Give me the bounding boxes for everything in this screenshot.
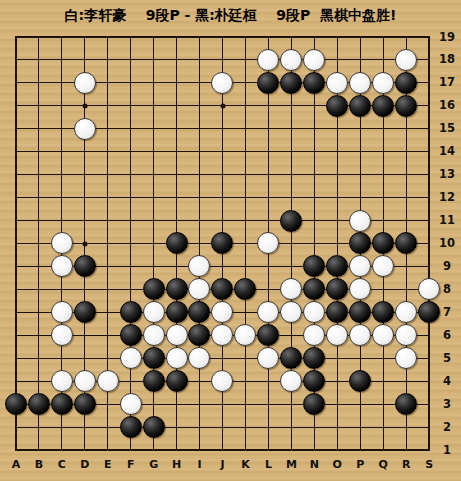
column-label-J: J [211, 458, 234, 471]
board-intersection-J4: ○ [211, 370, 234, 393]
column-label-G: G [142, 458, 165, 471]
board-intersection-N7: ○ [303, 301, 326, 324]
board-intersection-Q10: ● [372, 232, 395, 255]
white-stone: ○ [188, 255, 210, 277]
board-intersection-J7: ○ [211, 301, 234, 324]
board-intersection-D4: ○ [73, 370, 96, 393]
white-stone: ○ [74, 72, 96, 94]
column-label-N: N [303, 458, 326, 471]
board-intersection-R5: ○ [394, 347, 417, 370]
black-stone: ● [372, 95, 394, 117]
black-stone: ● [166, 278, 188, 300]
column-label-H: H [165, 458, 188, 471]
board-intersection-F5: ○ [119, 347, 142, 370]
board-intersection-N4: ● [303, 370, 326, 393]
white-stone: ○ [211, 370, 233, 392]
board-intersection-F6: ● [119, 324, 142, 347]
black-stone: ● [166, 301, 188, 323]
board-intersection-P9: ○ [349, 255, 372, 278]
column-label-L: L [257, 458, 280, 471]
column-label-A: A [5, 458, 28, 471]
black-stone: ● [349, 301, 371, 323]
black-stone: ● [257, 324, 279, 346]
board-intersection-L7: ○ [257, 301, 280, 324]
white-stone: ○ [395, 347, 417, 369]
board-intersection-P7: ● [349, 301, 372, 324]
white-stone: ○ [303, 324, 325, 346]
board-intersection-P16: ● [349, 94, 372, 117]
board-intersection-O7: ● [326, 301, 349, 324]
white-stone: ○ [349, 324, 371, 346]
white-stone: ○ [51, 370, 73, 392]
white-stone: ○ [349, 278, 371, 300]
white-stone: ○ [372, 324, 394, 346]
white-stone: ○ [326, 72, 348, 94]
black-stone: ● [395, 232, 417, 254]
board-intersection-P10: ● [349, 232, 372, 255]
black-stone: ● [326, 255, 348, 277]
black-stone: ● [326, 95, 348, 117]
white-stone: ○ [74, 118, 96, 140]
white-stone: ○ [280, 301, 302, 323]
board-intersection-M7: ○ [280, 301, 303, 324]
row-label-13: 13 [436, 167, 458, 181]
white-stone: ○ [349, 72, 371, 94]
column-label-R: R [395, 458, 418, 471]
board-intersection-B3: ● [27, 393, 50, 416]
board-intersection-C10: ○ [50, 232, 73, 255]
board-intersection-G7: ○ [142, 301, 165, 324]
board-intersection-J8: ● [211, 278, 234, 301]
row-label-6: 6 [436, 328, 458, 342]
white-stone: ○ [51, 232, 73, 254]
white-stone: ○ [280, 278, 302, 300]
row-label-10: 10 [436, 236, 458, 250]
column-label-K: K [234, 458, 257, 471]
white-stone: ○ [120, 347, 142, 369]
board-intersection-P4: ● [349, 370, 372, 393]
board-intersection-O8: ● [326, 278, 349, 301]
row-label-7: 7 [436, 305, 458, 319]
board-intersection-O6: ○ [326, 324, 349, 347]
board-intersection-Q7: ● [372, 301, 395, 324]
column-label-P: P [349, 458, 372, 471]
black-stone: ● [234, 278, 256, 300]
row-label-3: 3 [436, 397, 458, 411]
white-stone: ○ [372, 72, 394, 94]
board-intersection-R10: ● [394, 232, 417, 255]
white-stone: ○ [395, 324, 417, 346]
row-label-19: 19 [436, 30, 458, 44]
row-label-2: 2 [436, 420, 458, 434]
row-label-8: 8 [436, 282, 458, 296]
black-stone: ● [372, 301, 394, 323]
board-intersection-P6: ○ [349, 324, 372, 347]
column-label-Q: Q [372, 458, 395, 471]
board-intersection-J10: ● [211, 232, 234, 255]
board-intersection-P11: ○ [349, 209, 372, 232]
board-intersection-M4: ○ [280, 370, 303, 393]
row-label-17: 17 [436, 75, 458, 89]
board-intersection-D17: ○ [73, 71, 96, 94]
board-intersection-L10: ○ [257, 232, 280, 255]
board-intersection-R7: ○ [394, 301, 417, 324]
white-stone: ○ [257, 49, 279, 71]
row-label-4: 4 [436, 374, 458, 388]
board-intersection-O9: ● [326, 255, 349, 278]
column-label-F: F [119, 458, 142, 471]
row-label-18: 18 [436, 52, 458, 66]
board-intersection-C6: ○ [50, 324, 73, 347]
white-stone: ○ [326, 324, 348, 346]
black-stone: ● [143, 347, 165, 369]
board-intersection-N5: ● [303, 347, 326, 370]
board-intersection-A3: ● [5, 393, 28, 416]
board-intersection-J6: ○ [211, 324, 234, 347]
stones-layer: ○○○○○○●●●○○○●●●●●○●○○●●○●●●○●○●●○○●●○●●○… [5, 26, 441, 462]
black-stone: ● [188, 324, 210, 346]
black-stone: ● [395, 72, 417, 94]
board-intersection-G5: ● [142, 347, 165, 370]
board-intersection-N6: ○ [303, 324, 326, 347]
board-intersection-G8: ● [142, 278, 165, 301]
board-intersection-F3: ○ [119, 393, 142, 416]
board-intersection-N17: ● [303, 71, 326, 94]
white-stone: ○ [349, 255, 371, 277]
board-intersection-R17: ● [394, 71, 417, 94]
board-intersection-C9: ○ [50, 255, 73, 278]
board-intersection-M8: ○ [280, 278, 303, 301]
go-game-viewer: 白:李轩豪 9段P - 黑:朴廷桓 9段P 黑棋中盘胜! ○○○○○○●●●○○… [0, 0, 461, 481]
column-label-B: B [27, 458, 50, 471]
black-stone: ● [303, 370, 325, 392]
black-stone: ● [257, 72, 279, 94]
black-stone: ● [5, 393, 27, 415]
black-stone: ● [303, 347, 325, 369]
white-stone: ○ [395, 49, 417, 71]
board-intersection-I6: ● [188, 324, 211, 347]
board-intersection-M5: ● [280, 347, 303, 370]
row-label-11: 11 [436, 213, 458, 227]
board-intersection-H8: ● [165, 278, 188, 301]
white-stone: ○ [51, 301, 73, 323]
black-stone: ● [28, 393, 50, 415]
board-intersection-P17: ○ [349, 71, 372, 94]
board-intersection-M17: ● [280, 71, 303, 94]
board-intersection-G4: ● [142, 370, 165, 393]
row-label-15: 15 [436, 121, 458, 135]
white-stone: ○ [257, 301, 279, 323]
black-stone: ● [303, 393, 325, 415]
white-stone: ○ [257, 347, 279, 369]
black-stone: ● [143, 416, 165, 438]
white-stone: ○ [234, 324, 256, 346]
board-intersection-L17: ● [257, 71, 280, 94]
black-stone: ● [280, 72, 302, 94]
board-intersection-H10: ● [165, 232, 188, 255]
board-intersection-R6: ○ [394, 324, 417, 347]
white-stone: ○ [120, 393, 142, 415]
column-label-E: E [96, 458, 119, 471]
black-stone: ● [395, 393, 417, 415]
white-stone: ○ [211, 72, 233, 94]
board-intersection-E4: ○ [96, 370, 119, 393]
black-stone: ● [349, 370, 371, 392]
black-stone: ● [120, 301, 142, 323]
board-intersection-K6: ○ [234, 324, 257, 347]
board-intersection-D3: ● [73, 393, 96, 416]
board-intersection-G2: ● [142, 415, 165, 438]
board-intersection-K8: ● [234, 278, 257, 301]
white-stone: ○ [166, 347, 188, 369]
board-intersection-Q16: ● [372, 94, 395, 117]
board-intersection-M11: ● [280, 209, 303, 232]
board-intersection-F2: ● [119, 415, 142, 438]
white-stone: ○ [166, 324, 188, 346]
board-intersection-O17: ○ [326, 71, 349, 94]
black-stone: ● [303, 72, 325, 94]
black-stone: ● [349, 232, 371, 254]
white-stone: ○ [372, 255, 394, 277]
column-label-C: C [50, 458, 73, 471]
black-stone: ● [74, 301, 96, 323]
go-board[interactable]: ○○○○○○●●●○○○●●●●●○●○○●●○●●●○●○●●○○●●○●●○… [0, 30, 461, 481]
column-label-M: M [280, 458, 303, 471]
board-intersection-H6: ○ [165, 324, 188, 347]
board-intersection-G6: ○ [142, 324, 165, 347]
white-stone: ○ [211, 324, 233, 346]
black-stone: ● [51, 393, 73, 415]
board-intersection-C7: ○ [50, 301, 73, 324]
white-stone: ○ [280, 370, 302, 392]
row-label-16: 16 [436, 98, 458, 112]
white-stone: ○ [303, 49, 325, 71]
white-stone: ○ [51, 324, 73, 346]
board-intersection-I8: ○ [188, 278, 211, 301]
board-intersection-M18: ○ [280, 48, 303, 71]
black-stone: ● [211, 278, 233, 300]
board-intersection-L18: ○ [257, 48, 280, 71]
black-stone: ● [395, 95, 417, 117]
board-intersection-F7: ● [119, 301, 142, 324]
black-stone: ● [166, 232, 188, 254]
white-stone: ○ [188, 347, 210, 369]
board-intersection-C4: ○ [50, 370, 73, 393]
white-stone: ○ [211, 301, 233, 323]
black-stone: ● [303, 255, 325, 277]
board-intersection-Q6: ○ [372, 324, 395, 347]
black-stone: ● [326, 301, 348, 323]
board-intersection-H4: ● [165, 370, 188, 393]
board-intersection-R3: ● [394, 393, 417, 416]
row-label-9: 9 [436, 259, 458, 273]
row-label-1: 1 [436, 443, 458, 457]
board-intersection-I7: ● [188, 301, 211, 324]
column-label-S: S [418, 458, 441, 471]
black-stone: ● [74, 255, 96, 277]
white-stone: ○ [303, 301, 325, 323]
white-stone: ○ [143, 324, 165, 346]
board-intersection-N9: ● [303, 255, 326, 278]
board-intersection-L6: ● [257, 324, 280, 347]
board-intersection-H7: ● [165, 301, 188, 324]
board-intersection-R18: ○ [394, 48, 417, 71]
board-intersection-N8: ● [303, 278, 326, 301]
white-stone: ○ [349, 210, 371, 232]
board-intersection-O16: ● [326, 94, 349, 117]
black-stone: ● [143, 278, 165, 300]
black-stone: ● [120, 324, 142, 346]
black-stone: ● [188, 301, 210, 323]
board-intersection-D9: ● [73, 255, 96, 278]
row-label-5: 5 [436, 351, 458, 365]
board-intersection-Q9: ○ [372, 255, 395, 278]
white-stone: ○ [257, 232, 279, 254]
white-stone: ○ [280, 49, 302, 71]
board-intersection-Q17: ○ [372, 71, 395, 94]
board-intersection-J17: ○ [211, 71, 234, 94]
black-stone: ● [166, 370, 188, 392]
board-intersection-P8: ○ [349, 278, 372, 301]
black-stone: ● [303, 278, 325, 300]
column-label-I: I [188, 458, 211, 471]
row-label-12: 12 [436, 190, 458, 204]
board-intersection-D15: ○ [73, 117, 96, 140]
column-label-O: O [326, 458, 349, 471]
white-stone: ○ [51, 255, 73, 277]
black-stone: ● [120, 416, 142, 438]
board-intersection-R16: ● [394, 94, 417, 117]
white-stone: ○ [97, 370, 119, 392]
column-label-D: D [73, 458, 96, 471]
board-intersection-I5: ○ [188, 347, 211, 370]
board-intersection-C3: ● [50, 393, 73, 416]
black-stone: ● [372, 232, 394, 254]
black-stone: ● [280, 210, 302, 232]
white-stone: ○ [395, 301, 417, 323]
board-intersection-D7: ● [73, 301, 96, 324]
black-stone: ● [74, 393, 96, 415]
board-intersection-H5: ○ [165, 347, 188, 370]
board-intersection-L5: ○ [257, 347, 280, 370]
black-stone: ● [143, 370, 165, 392]
white-stone: ○ [143, 301, 165, 323]
board-intersection-I9: ○ [188, 255, 211, 278]
row-label-14: 14 [436, 144, 458, 158]
white-stone: ○ [74, 370, 96, 392]
black-stone: ● [349, 95, 371, 117]
board-intersection-N3: ● [303, 393, 326, 416]
black-stone: ● [326, 278, 348, 300]
black-stone: ● [211, 232, 233, 254]
board-intersection-N18: ○ [303, 48, 326, 71]
white-stone: ○ [188, 278, 210, 300]
black-stone: ● [280, 347, 302, 369]
